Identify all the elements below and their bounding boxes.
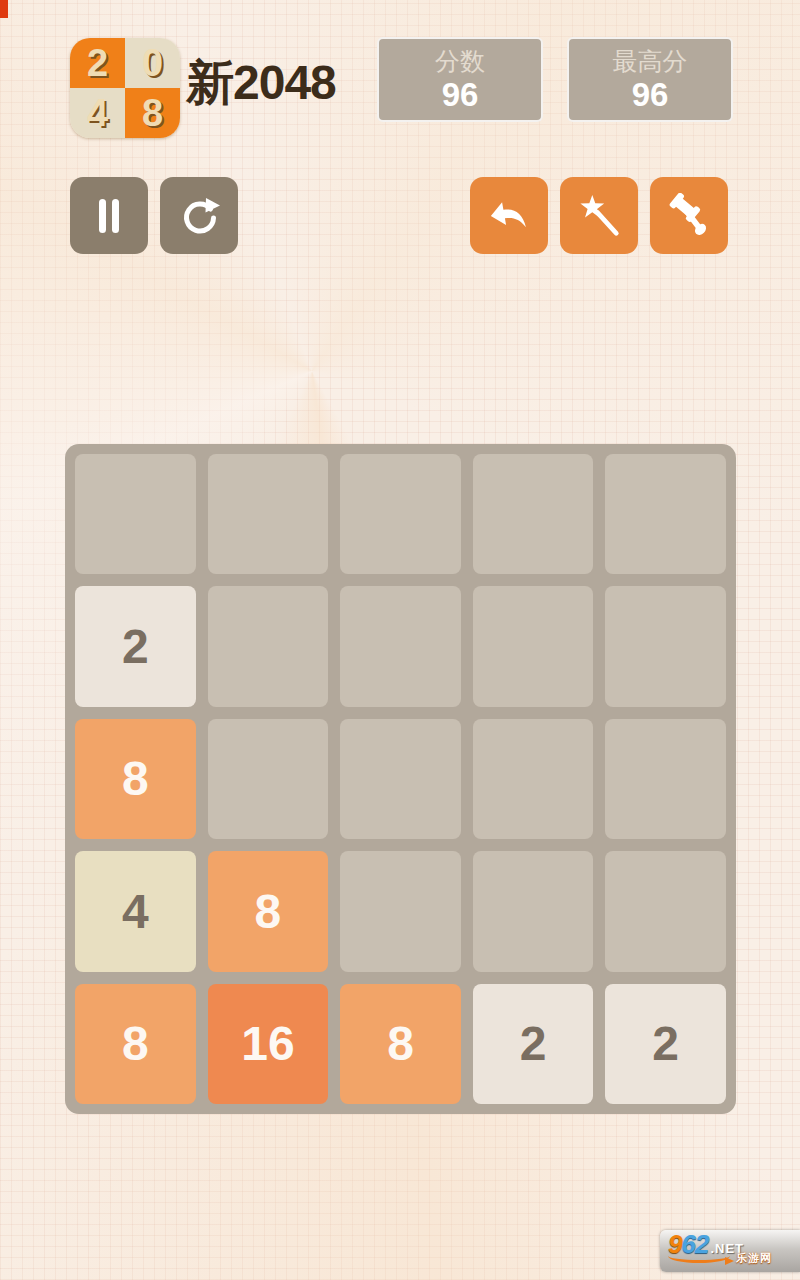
site-watermark: 962 .NET 乐游网 [660, 1230, 800, 1272]
empty-cell [605, 851, 726, 971]
tile-4: 4 [75, 851, 196, 971]
score-box: 分数 96 [377, 37, 543, 122]
empty-cell [208, 454, 329, 574]
score-value: 96 [442, 76, 479, 114]
watermark-site-name: 乐游网 [736, 1253, 772, 1264]
screen-corner-mark [0, 0, 8, 18]
restart-button[interactable] [160, 177, 238, 254]
empty-cell [473, 454, 594, 574]
empty-cell [605, 719, 726, 839]
tile-8: 8 [75, 719, 196, 839]
logo-tile: 4 [70, 88, 125, 138]
empty-cell [208, 586, 329, 706]
hammer-button[interactable] [650, 177, 728, 254]
magic-wand-button[interactable] [560, 177, 638, 254]
best-score-box: 最高分 96 [567, 37, 733, 122]
hammer-icon [666, 193, 712, 239]
empty-cell [473, 586, 594, 706]
app-logo: 2 0 4 8 [70, 38, 180, 138]
tile-8: 8 [340, 984, 461, 1104]
empty-cell [340, 719, 461, 839]
tile-2: 2 [605, 984, 726, 1104]
undo-icon [486, 193, 532, 239]
empty-cell [208, 719, 329, 839]
tile-8: 8 [208, 851, 329, 971]
magic-wand-icon [576, 193, 622, 239]
restart-icon [175, 192, 223, 240]
board-grid[interactable]: 2848816822 [65, 444, 736, 1114]
empty-cell [473, 719, 594, 839]
tile-16: 16 [208, 984, 329, 1104]
pause-icon [85, 192, 133, 240]
watermark-swoosh-icon [668, 1254, 730, 1263]
empty-cell [605, 454, 726, 574]
score-label: 分数 [435, 46, 485, 76]
logo-tile: 8 [125, 88, 180, 138]
logo-tile: 2 [70, 38, 125, 88]
empty-cell [340, 586, 461, 706]
tile-2: 2 [75, 586, 196, 706]
logo-tile: 0 [125, 38, 180, 88]
best-score-value: 96 [632, 76, 669, 114]
best-score-label: 最高分 [613, 46, 688, 76]
page-title: 新2048 [186, 56, 336, 110]
undo-button[interactable] [470, 177, 548, 254]
empty-cell [340, 454, 461, 574]
empty-cell [605, 586, 726, 706]
pause-button[interactable] [70, 177, 148, 254]
empty-cell [75, 454, 196, 574]
empty-cell [340, 851, 461, 971]
tile-8: 8 [75, 984, 196, 1104]
tile-2: 2 [473, 984, 594, 1104]
empty-cell [473, 851, 594, 971]
